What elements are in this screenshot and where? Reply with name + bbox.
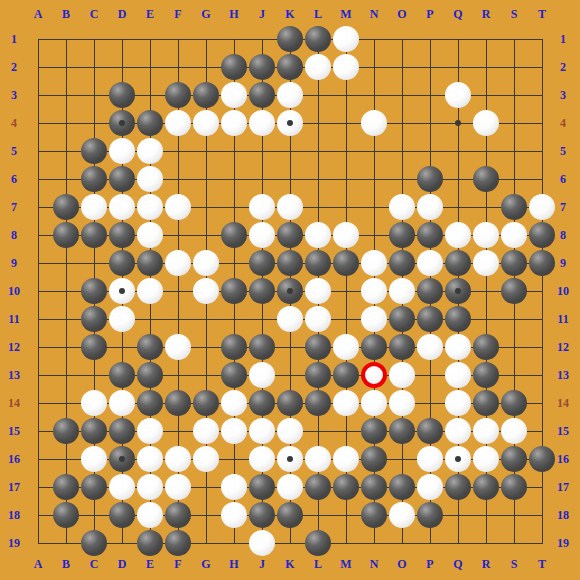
intersection-b5[interactable] xyxy=(52,137,80,165)
intersection-s15[interactable] xyxy=(500,417,528,445)
intersection-p7[interactable] xyxy=(416,193,444,221)
intersection-c14[interactable] xyxy=(80,389,108,417)
intersection-j16[interactable] xyxy=(248,445,276,473)
intersection-k17[interactable] xyxy=(276,473,304,501)
intersection-p14[interactable] xyxy=(416,389,444,417)
intersection-g6[interactable] xyxy=(192,165,220,193)
intersection-k7[interactable] xyxy=(276,193,304,221)
intersection-h10[interactable] xyxy=(220,277,248,305)
intersection-s12[interactable] xyxy=(500,333,528,361)
intersection-q14[interactable] xyxy=(444,389,472,417)
intersection-n18[interactable] xyxy=(360,501,388,529)
intersection-o12[interactable] xyxy=(388,333,416,361)
intersection-a15[interactable] xyxy=(24,417,52,445)
intersection-b11[interactable] xyxy=(52,305,80,333)
intersection-d8[interactable] xyxy=(108,221,136,249)
intersection-l7[interactable] xyxy=(304,193,332,221)
intersection-m5[interactable] xyxy=(332,137,360,165)
intersection-b8[interactable] xyxy=(52,221,80,249)
intersection-o11[interactable] xyxy=(388,305,416,333)
intersection-n15[interactable] xyxy=(360,417,388,445)
intersection-k11[interactable] xyxy=(276,305,304,333)
intersection-j11[interactable] xyxy=(248,305,276,333)
intersection-r9[interactable] xyxy=(472,249,500,277)
intersection-r8[interactable] xyxy=(472,221,500,249)
intersection-a14[interactable] xyxy=(24,389,52,417)
intersection-k18[interactable] xyxy=(276,501,304,529)
intersection-r12[interactable] xyxy=(472,333,500,361)
intersection-o4[interactable] xyxy=(388,109,416,137)
intersection-o17[interactable] xyxy=(388,473,416,501)
intersection-c13[interactable] xyxy=(80,361,108,389)
intersection-l4[interactable] xyxy=(304,109,332,137)
intersection-k8[interactable] xyxy=(276,221,304,249)
intersection-o9[interactable] xyxy=(388,249,416,277)
intersection-q9[interactable] xyxy=(444,249,472,277)
intersection-n5[interactable] xyxy=(360,137,388,165)
intersection-n3[interactable] xyxy=(360,81,388,109)
intersection-a17[interactable] xyxy=(24,473,52,501)
intersection-a2[interactable] xyxy=(24,53,52,81)
intersection-g2[interactable] xyxy=(192,53,220,81)
intersection-f17[interactable] xyxy=(164,473,192,501)
intersection-h17[interactable] xyxy=(220,473,248,501)
intersection-c8[interactable] xyxy=(80,221,108,249)
intersection-s1[interactable] xyxy=(500,25,528,53)
intersection-n7[interactable] xyxy=(360,193,388,221)
intersection-f6[interactable] xyxy=(164,165,192,193)
intersection-r7[interactable] xyxy=(472,193,500,221)
intersection-o7[interactable] xyxy=(388,193,416,221)
intersection-s7[interactable] xyxy=(500,193,528,221)
intersection-e12[interactable] xyxy=(136,333,164,361)
intersection-p16[interactable] xyxy=(416,445,444,473)
intersection-e11[interactable] xyxy=(136,305,164,333)
intersection-j2[interactable] xyxy=(248,53,276,81)
intersection-s4[interactable] xyxy=(500,109,528,137)
intersection-r16[interactable] xyxy=(472,445,500,473)
intersection-c5[interactable] xyxy=(80,137,108,165)
intersection-j3[interactable] xyxy=(248,81,276,109)
intersection-r15[interactable] xyxy=(472,417,500,445)
intersection-k2[interactable] xyxy=(276,53,304,81)
intersection-p9[interactable] xyxy=(416,249,444,277)
intersection-f8[interactable] xyxy=(164,221,192,249)
intersection-j14[interactable] xyxy=(248,389,276,417)
intersection-a4[interactable] xyxy=(24,109,52,137)
intersection-b9[interactable] xyxy=(52,249,80,277)
intersection-q7[interactable] xyxy=(444,193,472,221)
intersection-q15[interactable] xyxy=(444,417,472,445)
intersection-f4[interactable] xyxy=(164,109,192,137)
intersection-r3[interactable] xyxy=(472,81,500,109)
intersection-d3[interactable] xyxy=(108,81,136,109)
intersection-g7[interactable] xyxy=(192,193,220,221)
intersection-e7[interactable] xyxy=(136,193,164,221)
intersection-h3[interactable] xyxy=(220,81,248,109)
intersection-m1[interactable] xyxy=(332,25,360,53)
intersection-r18[interactable] xyxy=(472,501,500,529)
intersection-n13[interactable] xyxy=(360,361,388,389)
intersection-h6[interactable] xyxy=(220,165,248,193)
intersection-f18[interactable] xyxy=(164,501,192,529)
intersection-l3[interactable] xyxy=(304,81,332,109)
intersection-f15[interactable] xyxy=(164,417,192,445)
intersection-f14[interactable] xyxy=(164,389,192,417)
intersection-m14[interactable] xyxy=(332,389,360,417)
intersection-l1[interactable] xyxy=(304,25,332,53)
intersection-g14[interactable] xyxy=(192,389,220,417)
intersection-l13[interactable] xyxy=(304,361,332,389)
intersection-e5[interactable] xyxy=(136,137,164,165)
intersection-k3[interactable] xyxy=(276,81,304,109)
intersection-f13[interactable] xyxy=(164,361,192,389)
intersection-l14[interactable] xyxy=(304,389,332,417)
intersection-o8[interactable] xyxy=(388,221,416,249)
intersection-f9[interactable] xyxy=(164,249,192,277)
intersection-g12[interactable] xyxy=(192,333,220,361)
intersection-s18[interactable] xyxy=(500,501,528,529)
intersection-a5[interactable] xyxy=(24,137,52,165)
intersection-q13[interactable] xyxy=(444,361,472,389)
intersection-h16[interactable] xyxy=(220,445,248,473)
intersection-o6[interactable] xyxy=(388,165,416,193)
intersection-m9[interactable] xyxy=(332,249,360,277)
intersection-c7[interactable] xyxy=(80,193,108,221)
intersection-h5[interactable] xyxy=(220,137,248,165)
intersection-l6[interactable] xyxy=(304,165,332,193)
intersection-n9[interactable] xyxy=(360,249,388,277)
intersection-q11[interactable] xyxy=(444,305,472,333)
intersection-a3[interactable] xyxy=(24,81,52,109)
intersection-b3[interactable] xyxy=(52,81,80,109)
intersection-d1[interactable] xyxy=(108,25,136,53)
intersection-d11[interactable] xyxy=(108,305,136,333)
intersection-o3[interactable] xyxy=(388,81,416,109)
intersection-a12[interactable] xyxy=(24,333,52,361)
intersection-d17[interactable] xyxy=(108,473,136,501)
intersection-a9[interactable] xyxy=(24,249,52,277)
intersection-o2[interactable] xyxy=(388,53,416,81)
intersection-l18[interactable] xyxy=(304,501,332,529)
intersection-b15[interactable] xyxy=(52,417,80,445)
intersection-p5[interactable] xyxy=(416,137,444,165)
intersection-d5[interactable] xyxy=(108,137,136,165)
intersection-r6[interactable] xyxy=(472,165,500,193)
intersection-p8[interactable] xyxy=(416,221,444,249)
intersection-g10[interactable] xyxy=(192,277,220,305)
intersection-j10[interactable] xyxy=(248,277,276,305)
intersection-e8[interactable] xyxy=(136,221,164,249)
intersection-d12[interactable] xyxy=(108,333,136,361)
intersection-g11[interactable] xyxy=(192,305,220,333)
intersection-k14[interactable] xyxy=(276,389,304,417)
intersection-r14[interactable] xyxy=(472,389,500,417)
intersection-k5[interactable] xyxy=(276,137,304,165)
intersection-g18[interactable] xyxy=(192,501,220,529)
intersection-p17[interactable] xyxy=(416,473,444,501)
intersection-k9[interactable] xyxy=(276,249,304,277)
intersection-b6[interactable] xyxy=(52,165,80,193)
intersection-q1[interactable] xyxy=(444,25,472,53)
intersection-c18[interactable] xyxy=(80,501,108,529)
intersection-k13[interactable] xyxy=(276,361,304,389)
intersection-d14[interactable] xyxy=(108,389,136,417)
intersection-l11[interactable] xyxy=(304,305,332,333)
intersection-h9[interactable] xyxy=(220,249,248,277)
intersection-n6[interactable] xyxy=(360,165,388,193)
intersection-b7[interactable] xyxy=(52,193,80,221)
intersection-j9[interactable] xyxy=(248,249,276,277)
intersection-c16[interactable] xyxy=(80,445,108,473)
intersection-f16[interactable] xyxy=(164,445,192,473)
intersection-s14[interactable] xyxy=(500,389,528,417)
intersection-g17[interactable] xyxy=(192,473,220,501)
intersection-d9[interactable] xyxy=(108,249,136,277)
intersection-g4[interactable] xyxy=(192,109,220,137)
intersection-f1[interactable] xyxy=(164,25,192,53)
intersection-e14[interactable] xyxy=(136,389,164,417)
intersection-p1[interactable] xyxy=(416,25,444,53)
intersection-c9[interactable] xyxy=(80,249,108,277)
intersection-s17[interactable] xyxy=(500,473,528,501)
intersection-e2[interactable] xyxy=(136,53,164,81)
intersection-h15[interactable] xyxy=(220,417,248,445)
intersection-e17[interactable] xyxy=(136,473,164,501)
intersection-j7[interactable] xyxy=(248,193,276,221)
intersection-s10[interactable] xyxy=(500,277,528,305)
intersection-j15[interactable] xyxy=(248,417,276,445)
intersection-e4[interactable] xyxy=(136,109,164,137)
intersection-k6[interactable] xyxy=(276,165,304,193)
intersection-p2[interactable] xyxy=(416,53,444,81)
intersection-b12[interactable] xyxy=(52,333,80,361)
intersection-j12[interactable] xyxy=(248,333,276,361)
intersection-e1[interactable] xyxy=(136,25,164,53)
intersection-c1[interactable] xyxy=(80,25,108,53)
intersection-e10[interactable] xyxy=(136,277,164,305)
intersection-j6[interactable] xyxy=(248,165,276,193)
intersection-a18[interactable] xyxy=(24,501,52,529)
intersection-r10[interactable] xyxy=(472,277,500,305)
intersection-n16[interactable] xyxy=(360,445,388,473)
intersection-q6[interactable] xyxy=(444,165,472,193)
intersection-n1[interactable] xyxy=(360,25,388,53)
intersection-c3[interactable] xyxy=(80,81,108,109)
intersection-p15[interactable] xyxy=(416,417,444,445)
intersection-n12[interactable] xyxy=(360,333,388,361)
intersection-h18[interactable] xyxy=(220,501,248,529)
intersection-c6[interactable] xyxy=(80,165,108,193)
intersection-h8[interactable] xyxy=(220,221,248,249)
intersection-g3[interactable] xyxy=(192,81,220,109)
intersection-d7[interactable] xyxy=(108,193,136,221)
intersection-b18[interactable] xyxy=(52,501,80,529)
intersection-m7[interactable] xyxy=(332,193,360,221)
intersection-d18[interactable] xyxy=(108,501,136,529)
intersection-s6[interactable] xyxy=(500,165,528,193)
intersection-l5[interactable] xyxy=(304,137,332,165)
intersection-b2[interactable] xyxy=(52,53,80,81)
intersection-o1[interactable] xyxy=(388,25,416,53)
intersection-c12[interactable] xyxy=(80,333,108,361)
intersection-q3[interactable] xyxy=(444,81,472,109)
intersection-f3[interactable] xyxy=(164,81,192,109)
intersection-g16[interactable] xyxy=(192,445,220,473)
intersection-c4[interactable] xyxy=(80,109,108,137)
intersection-h12[interactable] xyxy=(220,333,248,361)
intersection-a13[interactable] xyxy=(24,361,52,389)
intersection-c17[interactable] xyxy=(80,473,108,501)
intersection-s5[interactable] xyxy=(500,137,528,165)
intersection-f10[interactable] xyxy=(164,277,192,305)
intersection-r17[interactable] xyxy=(472,473,500,501)
intersection-p11[interactable] xyxy=(416,305,444,333)
intersection-d2[interactable] xyxy=(108,53,136,81)
intersection-s13[interactable] xyxy=(500,361,528,389)
intersection-m12[interactable] xyxy=(332,333,360,361)
intersection-b1[interactable] xyxy=(52,25,80,53)
intersection-j4[interactable] xyxy=(248,109,276,137)
intersection-e18[interactable] xyxy=(136,501,164,529)
intersection-f7[interactable] xyxy=(164,193,192,221)
intersection-o18[interactable] xyxy=(388,501,416,529)
intersection-o14[interactable] xyxy=(388,389,416,417)
intersection-b14[interactable] xyxy=(52,389,80,417)
intersection-k12[interactable] xyxy=(276,333,304,361)
intersection-g1[interactable] xyxy=(192,25,220,53)
intersection-s16[interactable] xyxy=(500,445,528,473)
intersection-q18[interactable] xyxy=(444,501,472,529)
intersection-j17[interactable] xyxy=(248,473,276,501)
intersection-m18[interactable] xyxy=(332,501,360,529)
intersection-r5[interactable] xyxy=(472,137,500,165)
intersection-m3[interactable] xyxy=(332,81,360,109)
intersection-m2[interactable] xyxy=(332,53,360,81)
intersection-n14[interactable] xyxy=(360,389,388,417)
intersection-p18[interactable] xyxy=(416,501,444,529)
intersection-q8[interactable] xyxy=(444,221,472,249)
intersection-a11[interactable] xyxy=(24,305,52,333)
intersection-b16[interactable] xyxy=(52,445,80,473)
intersection-r13[interactable] xyxy=(472,361,500,389)
intersection-l17[interactable] xyxy=(304,473,332,501)
intersection-s11[interactable] xyxy=(500,305,528,333)
intersection-p3[interactable] xyxy=(416,81,444,109)
intersection-b13[interactable] xyxy=(52,361,80,389)
intersection-a10[interactable] xyxy=(24,277,52,305)
intersection-h14[interactable] xyxy=(220,389,248,417)
intersection-m16[interactable] xyxy=(332,445,360,473)
intersection-j5[interactable] xyxy=(248,137,276,165)
intersection-p10[interactable] xyxy=(416,277,444,305)
intersection-q12[interactable] xyxy=(444,333,472,361)
intersection-n4[interactable] xyxy=(360,109,388,137)
intersection-h2[interactable] xyxy=(220,53,248,81)
intersection-s9[interactable] xyxy=(500,249,528,277)
intersection-c10[interactable] xyxy=(80,277,108,305)
intersection-j8[interactable] xyxy=(248,221,276,249)
intersection-j1[interactable] xyxy=(248,25,276,53)
intersection-e6[interactable] xyxy=(136,165,164,193)
intersection-b4[interactable] xyxy=(52,109,80,137)
intersection-q17[interactable] xyxy=(444,473,472,501)
intersection-m10[interactable] xyxy=(332,277,360,305)
intersection-h11[interactable] xyxy=(220,305,248,333)
intersection-h1[interactable] xyxy=(220,25,248,53)
intersection-f5[interactable] xyxy=(164,137,192,165)
intersection-p12[interactable] xyxy=(416,333,444,361)
intersection-h4[interactable] xyxy=(220,109,248,137)
intersection-n17[interactable] xyxy=(360,473,388,501)
intersection-a16[interactable] xyxy=(24,445,52,473)
intersection-p4[interactable] xyxy=(416,109,444,137)
intersection-n2[interactable] xyxy=(360,53,388,81)
intersection-o5[interactable] xyxy=(388,137,416,165)
intersection-l10[interactable] xyxy=(304,277,332,305)
intersection-r4[interactable] xyxy=(472,109,500,137)
intersection-e3[interactable] xyxy=(136,81,164,109)
intersection-c15[interactable] xyxy=(80,417,108,445)
intersection-g9[interactable] xyxy=(192,249,220,277)
intersection-r2[interactable] xyxy=(472,53,500,81)
intersection-q5[interactable] xyxy=(444,137,472,165)
intersection-n8[interactable] xyxy=(360,221,388,249)
intersection-g5[interactable] xyxy=(192,137,220,165)
intersection-g15[interactable] xyxy=(192,417,220,445)
intersection-q2[interactable] xyxy=(444,53,472,81)
intersection-f11[interactable] xyxy=(164,305,192,333)
intersection-a6[interactable] xyxy=(24,165,52,193)
intersection-a8[interactable] xyxy=(24,221,52,249)
intersection-o16[interactable] xyxy=(388,445,416,473)
intersection-s3[interactable] xyxy=(500,81,528,109)
intersection-c2[interactable] xyxy=(80,53,108,81)
intersection-r11[interactable] xyxy=(472,305,500,333)
intersection-r1[interactable] xyxy=(472,25,500,53)
intersection-j18[interactable] xyxy=(248,501,276,529)
intersection-m15[interactable] xyxy=(332,417,360,445)
intersection-k1[interactable] xyxy=(276,25,304,53)
intersection-o15[interactable] xyxy=(388,417,416,445)
intersection-k15[interactable] xyxy=(276,417,304,445)
intersection-e16[interactable] xyxy=(136,445,164,473)
intersection-e13[interactable] xyxy=(136,361,164,389)
intersection-m13[interactable] xyxy=(332,361,360,389)
intersection-l15[interactable] xyxy=(304,417,332,445)
intersection-m8[interactable] xyxy=(332,221,360,249)
intersection-n11[interactable] xyxy=(360,305,388,333)
intersection-e15[interactable] xyxy=(136,417,164,445)
intersection-l8[interactable] xyxy=(304,221,332,249)
intersection-o10[interactable] xyxy=(388,277,416,305)
intersection-p13[interactable] xyxy=(416,361,444,389)
intersection-d13[interactable] xyxy=(108,361,136,389)
intersection-n10[interactable] xyxy=(360,277,388,305)
intersection-l2[interactable] xyxy=(304,53,332,81)
intersection-b10[interactable] xyxy=(52,277,80,305)
intersection-f2[interactable] xyxy=(164,53,192,81)
intersection-a7[interactable] xyxy=(24,193,52,221)
intersection-d15[interactable] xyxy=(108,417,136,445)
intersection-g13[interactable] xyxy=(192,361,220,389)
intersection-e9[interactable] xyxy=(136,249,164,277)
intersection-f12[interactable] xyxy=(164,333,192,361)
intersection-g8[interactable] xyxy=(192,221,220,249)
intersection-m6[interactable] xyxy=(332,165,360,193)
intersection-m11[interactable] xyxy=(332,305,360,333)
intersection-l12[interactable] xyxy=(304,333,332,361)
